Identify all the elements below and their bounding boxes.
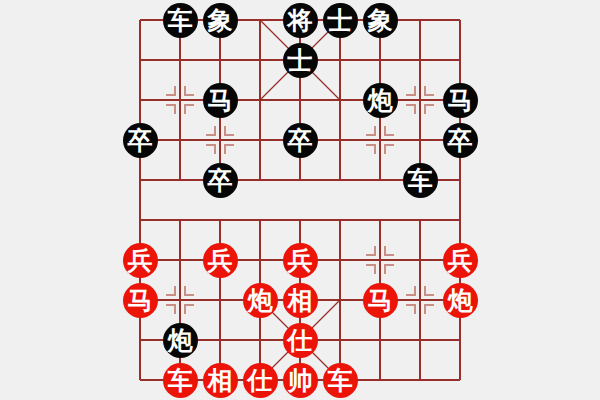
point-marker-corner: [206, 144, 216, 154]
piece-red-cannon[interactable]: 炮: [443, 283, 478, 318]
point-marker-corner: [224, 144, 234, 154]
piece-red-soldier[interactable]: 兵: [123, 243, 158, 278]
piece-black-chariot[interactable]: 车: [163, 3, 198, 38]
piece-red-advisor[interactable]: 仕: [283, 323, 318, 358]
point-marker-corner: [366, 264, 376, 274]
piece-black-elephant[interactable]: 象: [363, 3, 398, 38]
piece-red-chariot[interactable]: 车: [163, 363, 198, 398]
point-marker-corner: [384, 246, 394, 256]
point-marker: [360, 240, 400, 280]
point-marker-corner: [184, 286, 194, 296]
piece-black-soldier[interactable]: 卒: [283, 123, 318, 158]
point-marker-corner: [424, 304, 434, 314]
point-marker: [360, 120, 400, 160]
point-marker-corner: [424, 104, 434, 114]
piece-red-horse[interactable]: 马: [363, 283, 398, 318]
point-marker-corner: [206, 126, 216, 136]
point-marker-corner: [166, 104, 176, 114]
point-marker: [160, 280, 200, 320]
xiangqi-board: 车象将士象士马炮马卒卒卒卒车炮兵兵兵兵马炮相马炮仕车相仕帅车: [0, 0, 600, 400]
point-marker: [400, 280, 440, 320]
piece-black-general[interactable]: 将: [283, 3, 318, 38]
piece-black-horse[interactable]: 马: [443, 83, 478, 118]
piece-black-chariot[interactable]: 车: [403, 163, 438, 198]
point-marker: [200, 120, 240, 160]
piece-red-soldier[interactable]: 兵: [283, 243, 318, 278]
point-marker-corner: [166, 286, 176, 296]
piece-red-advisor[interactable]: 仕: [243, 363, 278, 398]
point-marker-corner: [184, 304, 194, 314]
point-marker-corner: [184, 86, 194, 96]
point-marker: [400, 80, 440, 120]
piece-black-cannon[interactable]: 炮: [363, 83, 398, 118]
piece-red-general[interactable]: 帅: [283, 363, 318, 398]
point-marker-corner: [384, 144, 394, 154]
piece-red-soldier[interactable]: 兵: [203, 243, 238, 278]
piece-red-elephant[interactable]: 相: [203, 363, 238, 398]
point-marker-corner: [366, 126, 376, 136]
piece-black-horse[interactable]: 马: [203, 83, 238, 118]
point-marker-corner: [406, 304, 416, 314]
piece-black-advisor[interactable]: 士: [283, 43, 318, 78]
point-marker-corner: [406, 104, 416, 114]
piece-black-soldier[interactable]: 卒: [123, 123, 158, 158]
piece-black-soldier[interactable]: 卒: [203, 163, 238, 198]
piece-black-cannon[interactable]: 炮: [163, 323, 198, 358]
piece-red-cannon[interactable]: 炮: [243, 283, 278, 318]
piece-red-soldier[interactable]: 兵: [443, 243, 478, 278]
point-marker-corner: [166, 304, 176, 314]
point-marker-corner: [384, 126, 394, 136]
point-marker-corner: [406, 86, 416, 96]
piece-black-elephant[interactable]: 象: [203, 3, 238, 38]
board-points-grid: 车象将士象士马炮马卒卒卒卒车炮兵兵兵兵马炮相马炮仕车相仕帅车: [120, 0, 480, 400]
point-marker-corner: [424, 86, 434, 96]
point-marker-corner: [166, 86, 176, 96]
piece-red-elephant[interactable]: 相: [283, 283, 318, 318]
point-marker-corner: [384, 264, 394, 274]
piece-red-horse[interactable]: 马: [123, 283, 158, 318]
point-marker-corner: [366, 144, 376, 154]
point-marker-corner: [224, 126, 234, 136]
piece-black-advisor[interactable]: 士: [323, 3, 358, 38]
point-marker-corner: [406, 286, 416, 296]
piece-red-chariot[interactable]: 车: [323, 363, 358, 398]
point-marker-corner: [366, 246, 376, 256]
piece-black-soldier[interactable]: 卒: [443, 123, 478, 158]
point-marker-corner: [184, 104, 194, 114]
point-marker-corner: [424, 286, 434, 296]
point-marker: [160, 80, 200, 120]
